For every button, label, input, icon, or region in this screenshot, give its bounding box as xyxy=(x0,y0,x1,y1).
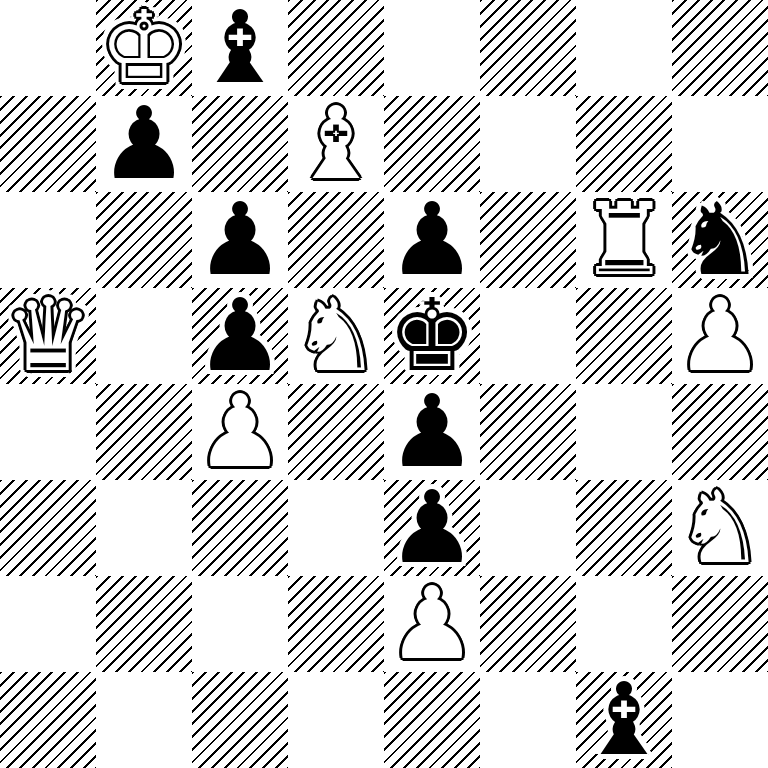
square-f5[interactable] xyxy=(480,288,576,384)
square-e6[interactable]: ♟ xyxy=(384,192,480,288)
square-b4[interactable] xyxy=(96,384,192,480)
square-a8[interactable] xyxy=(0,0,96,96)
square-f3[interactable] xyxy=(480,480,576,576)
chess-board-diagram: ♚♝♟♝♟♟♜♞♛♟♞♚♟♟♟♟♞♟♝ xyxy=(0,0,768,768)
square-a1[interactable] xyxy=(0,672,96,768)
black-bishop-piece: ♝ xyxy=(195,0,285,96)
white-bishop-piece: ♝ xyxy=(291,96,381,192)
square-f1[interactable] xyxy=(480,672,576,768)
square-d7[interactable]: ♝ xyxy=(288,96,384,192)
square-c3[interactable] xyxy=(192,480,288,576)
white-king-piece: ♚ xyxy=(99,0,189,96)
square-h4[interactable] xyxy=(672,384,768,480)
square-b7[interactable]: ♟ xyxy=(96,96,192,192)
white-pawn-piece: ♟ xyxy=(675,288,765,384)
square-g5[interactable] xyxy=(576,288,672,384)
square-d4[interactable] xyxy=(288,384,384,480)
square-c6[interactable]: ♟ xyxy=(192,192,288,288)
square-g6[interactable]: ♜ xyxy=(576,192,672,288)
square-e5[interactable]: ♚ xyxy=(384,288,480,384)
square-a2[interactable] xyxy=(0,576,96,672)
black-pawn-piece: ♟ xyxy=(195,288,285,384)
square-h8[interactable] xyxy=(672,0,768,96)
square-d2[interactable] xyxy=(288,576,384,672)
square-b3[interactable] xyxy=(96,480,192,576)
square-g4[interactable] xyxy=(576,384,672,480)
square-d8[interactable] xyxy=(288,0,384,96)
square-e7[interactable] xyxy=(384,96,480,192)
black-pawn-piece: ♟ xyxy=(387,192,477,288)
square-c8[interactable]: ♝ xyxy=(192,0,288,96)
white-pawn-piece: ♟ xyxy=(195,384,285,480)
white-pawn-piece: ♟ xyxy=(387,576,477,672)
chess-board: ♚♝♟♝♟♟♜♞♛♟♞♚♟♟♟♟♞♟♝ xyxy=(0,0,768,768)
square-h3[interactable]: ♞ xyxy=(672,480,768,576)
white-queen-piece: ♛ xyxy=(3,288,93,384)
square-d1[interactable] xyxy=(288,672,384,768)
square-e2[interactable]: ♟ xyxy=(384,576,480,672)
square-d5[interactable]: ♞ xyxy=(288,288,384,384)
white-knight-piece: ♞ xyxy=(291,288,381,384)
square-d3[interactable] xyxy=(288,480,384,576)
black-pawn-piece: ♟ xyxy=(387,384,477,480)
black-pawn-piece: ♟ xyxy=(387,480,477,576)
square-a5[interactable]: ♛ xyxy=(0,288,96,384)
square-g7[interactable] xyxy=(576,96,672,192)
square-f7[interactable] xyxy=(480,96,576,192)
square-c7[interactable] xyxy=(192,96,288,192)
square-h1[interactable] xyxy=(672,672,768,768)
square-g1[interactable]: ♝ xyxy=(576,672,672,768)
square-e4[interactable]: ♟ xyxy=(384,384,480,480)
black-bishop-piece: ♝ xyxy=(579,672,669,768)
square-b1[interactable] xyxy=(96,672,192,768)
square-c4[interactable]: ♟ xyxy=(192,384,288,480)
square-f6[interactable] xyxy=(480,192,576,288)
square-e1[interactable] xyxy=(384,672,480,768)
white-rook-piece: ♜ xyxy=(579,192,669,288)
square-d6[interactable] xyxy=(288,192,384,288)
square-e8[interactable] xyxy=(384,0,480,96)
square-a6[interactable] xyxy=(0,192,96,288)
square-e3[interactable]: ♟ xyxy=(384,480,480,576)
square-g2[interactable] xyxy=(576,576,672,672)
square-g3[interactable] xyxy=(576,480,672,576)
square-h2[interactable] xyxy=(672,576,768,672)
square-b8[interactable]: ♚ xyxy=(96,0,192,96)
square-c1[interactable] xyxy=(192,672,288,768)
black-king-piece: ♚ xyxy=(387,288,477,384)
square-h5[interactable]: ♟ xyxy=(672,288,768,384)
square-c5[interactable]: ♟ xyxy=(192,288,288,384)
square-b6[interactable] xyxy=(96,192,192,288)
black-knight-piece: ♞ xyxy=(675,192,765,288)
white-knight-piece: ♞ xyxy=(675,480,765,576)
square-f4[interactable] xyxy=(480,384,576,480)
square-a4[interactable] xyxy=(0,384,96,480)
square-c2[interactable] xyxy=(192,576,288,672)
black-pawn-piece: ♟ xyxy=(99,96,189,192)
square-f8[interactable] xyxy=(480,0,576,96)
square-g8[interactable] xyxy=(576,0,672,96)
square-h6[interactable]: ♞ xyxy=(672,192,768,288)
square-b2[interactable] xyxy=(96,576,192,672)
square-h7[interactable] xyxy=(672,96,768,192)
black-pawn-piece: ♟ xyxy=(195,192,285,288)
square-b5[interactable] xyxy=(96,288,192,384)
square-a3[interactable] xyxy=(0,480,96,576)
square-f2[interactable] xyxy=(480,576,576,672)
square-a7[interactable] xyxy=(0,96,96,192)
